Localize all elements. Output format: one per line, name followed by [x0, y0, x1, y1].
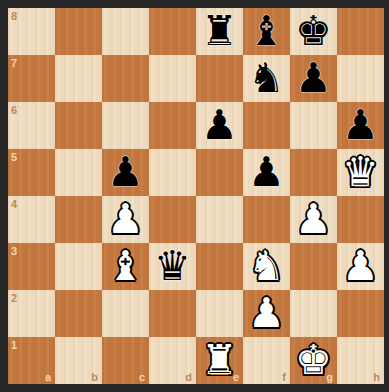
piece-white-pawn[interactable]: ♟ — [290, 196, 337, 243]
piece-black-knight[interactable]: ♞ — [243, 55, 290, 102]
square-e8[interactable]: ♜ — [196, 8, 243, 55]
square-d4[interactable] — [149, 196, 196, 243]
square-a3[interactable]: 3 — [8, 243, 55, 290]
square-e3[interactable] — [196, 243, 243, 290]
square-a7[interactable]: 7 — [8, 55, 55, 102]
rank-label-2: 2 — [11, 292, 17, 304]
piece-white-pawn[interactable]: ♟ — [102, 196, 149, 243]
square-h5[interactable]: ♛ — [337, 149, 384, 196]
rank-label-5: 5 — [11, 151, 17, 163]
square-b3[interactable] — [55, 243, 102, 290]
square-b1[interactable]: b — [55, 337, 102, 384]
square-a5[interactable]: 5 — [8, 149, 55, 196]
square-e6[interactable]: ♟ — [196, 102, 243, 149]
square-d2[interactable] — [149, 290, 196, 337]
square-b6[interactable] — [55, 102, 102, 149]
square-d5[interactable] — [149, 149, 196, 196]
square-g5[interactable] — [290, 149, 337, 196]
square-b4[interactable] — [55, 196, 102, 243]
square-e4[interactable] — [196, 196, 243, 243]
piece-white-bishop[interactable]: ♝ — [102, 243, 149, 290]
piece-black-rook[interactable]: ♜ — [196, 8, 243, 55]
square-h8[interactable] — [337, 8, 384, 55]
square-d8[interactable] — [149, 8, 196, 55]
square-h4[interactable] — [337, 196, 384, 243]
piece-black-pawn[interactable]: ♟ — [102, 149, 149, 196]
square-g7[interactable]: ♟ — [290, 55, 337, 102]
square-a8[interactable]: 8 — [8, 8, 55, 55]
square-f6[interactable] — [243, 102, 290, 149]
square-d6[interactable] — [149, 102, 196, 149]
piece-black-bishop[interactable]: ♝ — [243, 8, 290, 55]
file-label-c: c — [139, 371, 145, 383]
file-label-b: b — [91, 371, 98, 383]
rank-label-1: 1 — [11, 339, 17, 351]
piece-white-queen[interactable]: ♛ — [337, 149, 384, 196]
piece-white-pawn[interactable]: ♟ — [337, 243, 384, 290]
square-f2[interactable]: ♟ — [243, 290, 290, 337]
piece-black-pawn[interactable]: ♟ — [196, 102, 243, 149]
square-h2[interactable] — [337, 290, 384, 337]
square-g3[interactable] — [290, 243, 337, 290]
square-f4[interactable] — [243, 196, 290, 243]
piece-white-knight[interactable]: ♞ — [243, 243, 290, 290]
file-label-a: a — [45, 371, 51, 383]
square-e2[interactable] — [196, 290, 243, 337]
piece-black-pawn[interactable]: ♟ — [337, 102, 384, 149]
square-c4[interactable]: ♟ — [102, 196, 149, 243]
square-e1[interactable]: e♜ — [196, 337, 243, 384]
square-c8[interactable] — [102, 8, 149, 55]
square-a1[interactable]: 1a — [8, 337, 55, 384]
square-e5[interactable] — [196, 149, 243, 196]
piece-black-king[interactable]: ♚ — [290, 8, 337, 55]
square-d1[interactable]: d — [149, 337, 196, 384]
square-d3[interactable]: ♛ — [149, 243, 196, 290]
square-b8[interactable] — [55, 8, 102, 55]
square-h3[interactable]: ♟ — [337, 243, 384, 290]
square-h7[interactable] — [337, 55, 384, 102]
rank-label-7: 7 — [11, 57, 17, 69]
square-h6[interactable]: ♟ — [337, 102, 384, 149]
rank-label-6: 6 — [11, 104, 17, 116]
square-g1[interactable]: g♚ — [290, 337, 337, 384]
square-c1[interactable]: c — [102, 337, 149, 384]
piece-black-queen[interactable]: ♛ — [149, 243, 196, 290]
square-g6[interactable] — [290, 102, 337, 149]
piece-white-king[interactable]: ♚ — [290, 337, 337, 384]
square-c2[interactable] — [102, 290, 149, 337]
square-f5[interactable]: ♟ — [243, 149, 290, 196]
piece-white-rook[interactable]: ♜ — [196, 337, 243, 384]
square-f1[interactable]: f — [243, 337, 290, 384]
rank-label-8: 8 — [11, 10, 17, 22]
square-e7[interactable] — [196, 55, 243, 102]
square-c5[interactable]: ♟ — [102, 149, 149, 196]
file-label-f: f — [282, 371, 286, 383]
square-a2[interactable]: 2 — [8, 290, 55, 337]
piece-black-pawn[interactable]: ♟ — [243, 149, 290, 196]
square-g8[interactable]: ♚ — [290, 8, 337, 55]
square-b7[interactable] — [55, 55, 102, 102]
square-b2[interactable] — [55, 290, 102, 337]
square-h1[interactable]: h — [337, 337, 384, 384]
chess-board: 8♜♝♚7♞♟6♟♟5♟♟♛4♟♟3♝♛♞♟2♟1abcde♜fg♚h — [8, 8, 384, 384]
square-a6[interactable]: 6 — [8, 102, 55, 149]
piece-white-pawn[interactable]: ♟ — [243, 290, 290, 337]
square-f8[interactable]: ♝ — [243, 8, 290, 55]
piece-black-pawn[interactable]: ♟ — [290, 55, 337, 102]
square-b5[interactable] — [55, 149, 102, 196]
file-label-h: h — [373, 371, 380, 383]
square-f7[interactable]: ♞ — [243, 55, 290, 102]
square-c3[interactable]: ♝ — [102, 243, 149, 290]
file-label-d: d — [185, 371, 192, 383]
rank-label-3: 3 — [11, 245, 17, 257]
square-g2[interactable] — [290, 290, 337, 337]
rank-label-4: 4 — [11, 198, 17, 210]
square-a4[interactable]: 4 — [8, 196, 55, 243]
square-c7[interactable] — [102, 55, 149, 102]
square-d7[interactable] — [149, 55, 196, 102]
square-c6[interactable] — [102, 102, 149, 149]
square-f3[interactable]: ♞ — [243, 243, 290, 290]
square-g4[interactable]: ♟ — [290, 196, 337, 243]
